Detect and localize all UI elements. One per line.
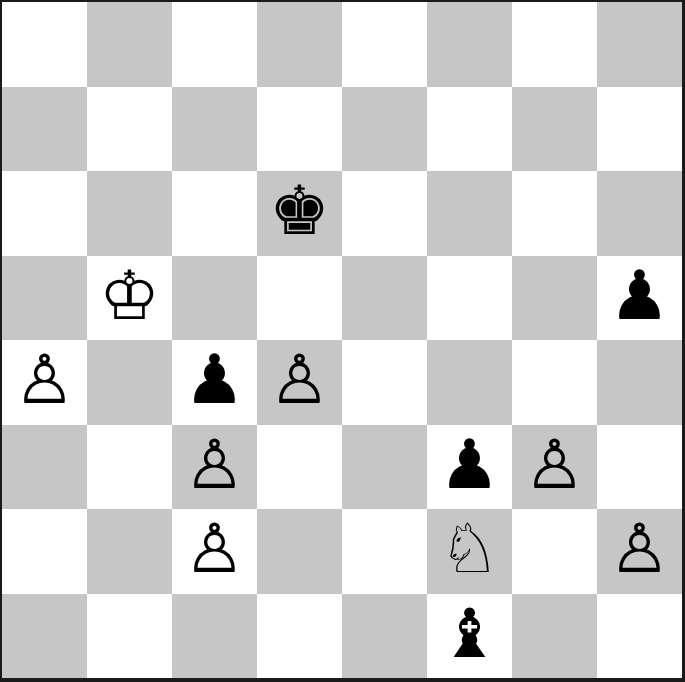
square-g4[interactable] bbox=[512, 340, 597, 425]
white-pawn-piece: ♙ bbox=[14, 346, 75, 414]
square-d2[interactable] bbox=[257, 509, 342, 594]
black-bishop-piece: ♝ bbox=[439, 600, 500, 668]
square-d3[interactable] bbox=[257, 425, 342, 510]
chess-diagram: ♚♔♟♙♟♙♙♟♙♙♘♙♝ bbox=[0, 0, 685, 682]
square-g5[interactable] bbox=[512, 256, 597, 341]
square-b3[interactable] bbox=[87, 425, 172, 510]
square-b5[interactable]: ♔ bbox=[87, 256, 172, 341]
square-f4[interactable] bbox=[427, 340, 512, 425]
white-pawn-piece: ♙ bbox=[184, 431, 245, 499]
square-a6[interactable] bbox=[2, 171, 87, 256]
square-e7[interactable] bbox=[342, 87, 427, 172]
square-b7[interactable] bbox=[87, 87, 172, 172]
square-h3[interactable] bbox=[597, 425, 682, 510]
square-c7[interactable] bbox=[172, 87, 257, 172]
square-f6[interactable] bbox=[427, 171, 512, 256]
square-d1[interactable] bbox=[257, 594, 342, 679]
square-d5[interactable] bbox=[257, 256, 342, 341]
square-g8[interactable] bbox=[512, 2, 597, 87]
white-pawn-piece: ♙ bbox=[609, 515, 670, 583]
square-a5[interactable] bbox=[2, 256, 87, 341]
square-d8[interactable] bbox=[257, 2, 342, 87]
square-b1[interactable] bbox=[87, 594, 172, 679]
white-king-piece: ♔ bbox=[99, 262, 160, 330]
square-c5[interactable] bbox=[172, 256, 257, 341]
square-f7[interactable] bbox=[427, 87, 512, 172]
square-h5[interactable]: ♟ bbox=[597, 256, 682, 341]
square-e6[interactable] bbox=[342, 171, 427, 256]
square-b4[interactable] bbox=[87, 340, 172, 425]
square-d7[interactable] bbox=[257, 87, 342, 172]
square-c2[interactable]: ♙ bbox=[172, 509, 257, 594]
square-e1[interactable] bbox=[342, 594, 427, 679]
square-e8[interactable] bbox=[342, 2, 427, 87]
square-c1[interactable] bbox=[172, 594, 257, 679]
black-pawn-piece: ♟ bbox=[439, 431, 500, 499]
square-d4[interactable]: ♙ bbox=[257, 340, 342, 425]
square-a3[interactable] bbox=[2, 425, 87, 510]
square-c6[interactable] bbox=[172, 171, 257, 256]
square-c4[interactable]: ♟ bbox=[172, 340, 257, 425]
square-e2[interactable] bbox=[342, 509, 427, 594]
square-a1[interactable] bbox=[2, 594, 87, 679]
square-b6[interactable] bbox=[87, 171, 172, 256]
square-h1[interactable] bbox=[597, 594, 682, 679]
square-c8[interactable] bbox=[172, 2, 257, 87]
square-h8[interactable] bbox=[597, 2, 682, 87]
square-g6[interactable] bbox=[512, 171, 597, 256]
square-b8[interactable] bbox=[87, 2, 172, 87]
square-a4[interactable]: ♙ bbox=[2, 340, 87, 425]
square-f1[interactable]: ♝ bbox=[427, 594, 512, 679]
square-a7[interactable] bbox=[2, 87, 87, 172]
square-b2[interactable] bbox=[87, 509, 172, 594]
white-knight-piece: ♘ bbox=[439, 515, 500, 583]
black-king-piece: ♚ bbox=[269, 177, 330, 245]
white-pawn-piece: ♙ bbox=[184, 515, 245, 583]
square-h7[interactable] bbox=[597, 87, 682, 172]
square-g1[interactable] bbox=[512, 594, 597, 679]
square-e4[interactable] bbox=[342, 340, 427, 425]
square-f5[interactable] bbox=[427, 256, 512, 341]
square-f3[interactable]: ♟ bbox=[427, 425, 512, 510]
white-pawn-piece: ♙ bbox=[524, 431, 585, 499]
square-h4[interactable] bbox=[597, 340, 682, 425]
square-c3[interactable]: ♙ bbox=[172, 425, 257, 510]
square-h6[interactable] bbox=[597, 171, 682, 256]
square-g3[interactable]: ♙ bbox=[512, 425, 597, 510]
square-f2[interactable]: ♘ bbox=[427, 509, 512, 594]
chess-board: ♚♔♟♙♟♙♙♟♙♙♘♙♝ bbox=[0, 0, 685, 682]
square-g7[interactable] bbox=[512, 87, 597, 172]
square-f8[interactable] bbox=[427, 2, 512, 87]
square-e5[interactable] bbox=[342, 256, 427, 341]
square-a2[interactable] bbox=[2, 509, 87, 594]
square-d6[interactable]: ♚ bbox=[257, 171, 342, 256]
square-h2[interactable]: ♙ bbox=[597, 509, 682, 594]
white-pawn-piece: ♙ bbox=[269, 346, 330, 414]
black-pawn-piece: ♟ bbox=[609, 262, 670, 330]
square-g2[interactable] bbox=[512, 509, 597, 594]
square-a8[interactable] bbox=[2, 2, 87, 87]
black-pawn-piece: ♟ bbox=[184, 346, 245, 414]
square-e3[interactable] bbox=[342, 425, 427, 510]
